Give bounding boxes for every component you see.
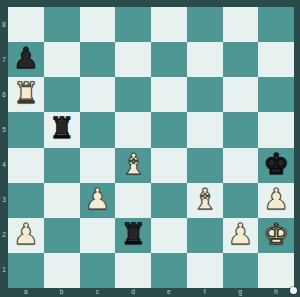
square-a3[interactable] bbox=[8, 183, 44, 218]
square-e6[interactable] bbox=[151, 77, 187, 112]
square-e8[interactable] bbox=[151, 7, 187, 42]
square-b2[interactable] bbox=[44, 218, 80, 253]
square-f5[interactable] bbox=[187, 112, 223, 147]
square-h8[interactable] bbox=[258, 7, 294, 42]
square-f1[interactable] bbox=[187, 253, 223, 288]
file-label-g: g bbox=[223, 288, 259, 296]
rank-label-2: 2 bbox=[0, 231, 8, 239]
square-b8[interactable] bbox=[44, 7, 80, 42]
square-d5[interactable] bbox=[115, 112, 151, 147]
square-b5[interactable]: ♜ bbox=[44, 112, 80, 147]
square-c4[interactable] bbox=[80, 148, 116, 183]
piece-white-pawn[interactable]: ♟ bbox=[84, 185, 110, 214]
square-b6[interactable] bbox=[44, 77, 80, 112]
square-g5[interactable] bbox=[223, 112, 259, 147]
square-h1[interactable] bbox=[258, 253, 294, 288]
square-e5[interactable] bbox=[151, 112, 187, 147]
square-h7[interactable] bbox=[258, 42, 294, 77]
square-e7[interactable] bbox=[151, 42, 187, 77]
piece-black-king[interactable]: ♚ bbox=[263, 150, 289, 179]
file-label-c: c bbox=[80, 288, 116, 296]
rank-label-1: 1 bbox=[0, 266, 8, 274]
rank-label-4: 4 bbox=[0, 161, 8, 169]
square-f4[interactable] bbox=[187, 148, 223, 183]
square-g4[interactable] bbox=[223, 148, 259, 183]
square-g3[interactable] bbox=[223, 183, 259, 218]
piece-white-bishop[interactable]: ♝ bbox=[192, 185, 218, 214]
square-f7[interactable] bbox=[187, 42, 223, 77]
file-label-b: b bbox=[44, 288, 80, 296]
piece-black-rook[interactable]: ♜ bbox=[49, 114, 75, 143]
chess-board-frame: ♟♜♜♝♚♟♝♟♟♜♟♚ 87654321abcdefgh bbox=[0, 0, 300, 297]
square-d7[interactable] bbox=[115, 42, 151, 77]
rank-label-7: 7 bbox=[0, 56, 8, 64]
file-label-e: e bbox=[151, 288, 187, 296]
square-d8[interactable] bbox=[115, 7, 151, 42]
square-b3[interactable] bbox=[44, 183, 80, 218]
square-b7[interactable] bbox=[44, 42, 80, 77]
rank-label-3: 3 bbox=[0, 196, 8, 204]
square-c5[interactable] bbox=[80, 112, 116, 147]
square-a4[interactable] bbox=[8, 148, 44, 183]
square-c2[interactable] bbox=[80, 218, 116, 253]
square-f6[interactable] bbox=[187, 77, 223, 112]
board: ♟♜♜♝♚♟♝♟♟♜♟♚ bbox=[8, 7, 294, 288]
square-c6[interactable] bbox=[80, 77, 116, 112]
square-f2[interactable] bbox=[187, 218, 223, 253]
square-g6[interactable] bbox=[223, 77, 259, 112]
square-d3[interactable] bbox=[115, 183, 151, 218]
file-label-f: f bbox=[187, 288, 223, 296]
square-c3[interactable]: ♟ bbox=[80, 183, 116, 218]
square-d2[interactable]: ♜ bbox=[115, 218, 151, 253]
file-label-d: d bbox=[115, 288, 151, 296]
square-d1[interactable] bbox=[115, 253, 151, 288]
square-g7[interactable] bbox=[223, 42, 259, 77]
square-h4[interactable]: ♚ bbox=[258, 148, 294, 183]
square-e3[interactable] bbox=[151, 183, 187, 218]
square-f8[interactable] bbox=[187, 7, 223, 42]
square-b1[interactable] bbox=[44, 253, 80, 288]
square-e4[interactable] bbox=[151, 148, 187, 183]
square-a1[interactable] bbox=[8, 253, 44, 288]
square-c8[interactable] bbox=[80, 7, 116, 42]
square-a6[interactable]: ♜ bbox=[8, 77, 44, 112]
piece-white-bishop[interactable]: ♝ bbox=[120, 150, 146, 179]
square-c7[interactable] bbox=[80, 42, 116, 77]
piece-white-pawn[interactable]: ♟ bbox=[13, 220, 39, 249]
square-e1[interactable] bbox=[151, 253, 187, 288]
piece-white-rook[interactable]: ♜ bbox=[13, 79, 39, 108]
square-d4[interactable]: ♝ bbox=[115, 148, 151, 183]
square-h3[interactable]: ♟ bbox=[258, 183, 294, 218]
square-a5[interactable] bbox=[8, 112, 44, 147]
file-label-a: a bbox=[8, 288, 44, 296]
piece-black-pawn[interactable]: ♟ bbox=[13, 44, 39, 73]
square-h2[interactable]: ♚ bbox=[258, 218, 294, 253]
square-a7[interactable]: ♟ bbox=[8, 42, 44, 77]
square-a2[interactable]: ♟ bbox=[8, 218, 44, 253]
piece-white-pawn[interactable]: ♟ bbox=[227, 220, 253, 249]
file-label-h: h bbox=[258, 288, 294, 296]
rank-label-8: 8 bbox=[0, 21, 8, 29]
square-a8[interactable] bbox=[8, 7, 44, 42]
piece-white-pawn[interactable]: ♟ bbox=[263, 185, 289, 214]
square-g1[interactable] bbox=[223, 253, 259, 288]
square-f3[interactable]: ♝ bbox=[187, 183, 223, 218]
square-h6[interactable] bbox=[258, 77, 294, 112]
square-b4[interactable] bbox=[44, 148, 80, 183]
square-d6[interactable] bbox=[115, 77, 151, 112]
square-h5[interactable] bbox=[258, 112, 294, 147]
rank-label-6: 6 bbox=[0, 91, 8, 99]
rank-label-5: 5 bbox=[0, 126, 8, 134]
piece-black-rook[interactable]: ♜ bbox=[120, 220, 146, 249]
piece-white-king[interactable]: ♚ bbox=[263, 220, 289, 249]
square-e2[interactable] bbox=[151, 218, 187, 253]
square-g2[interactable]: ♟ bbox=[223, 218, 259, 253]
square-g8[interactable] bbox=[223, 7, 259, 42]
square-c1[interactable] bbox=[80, 253, 116, 288]
